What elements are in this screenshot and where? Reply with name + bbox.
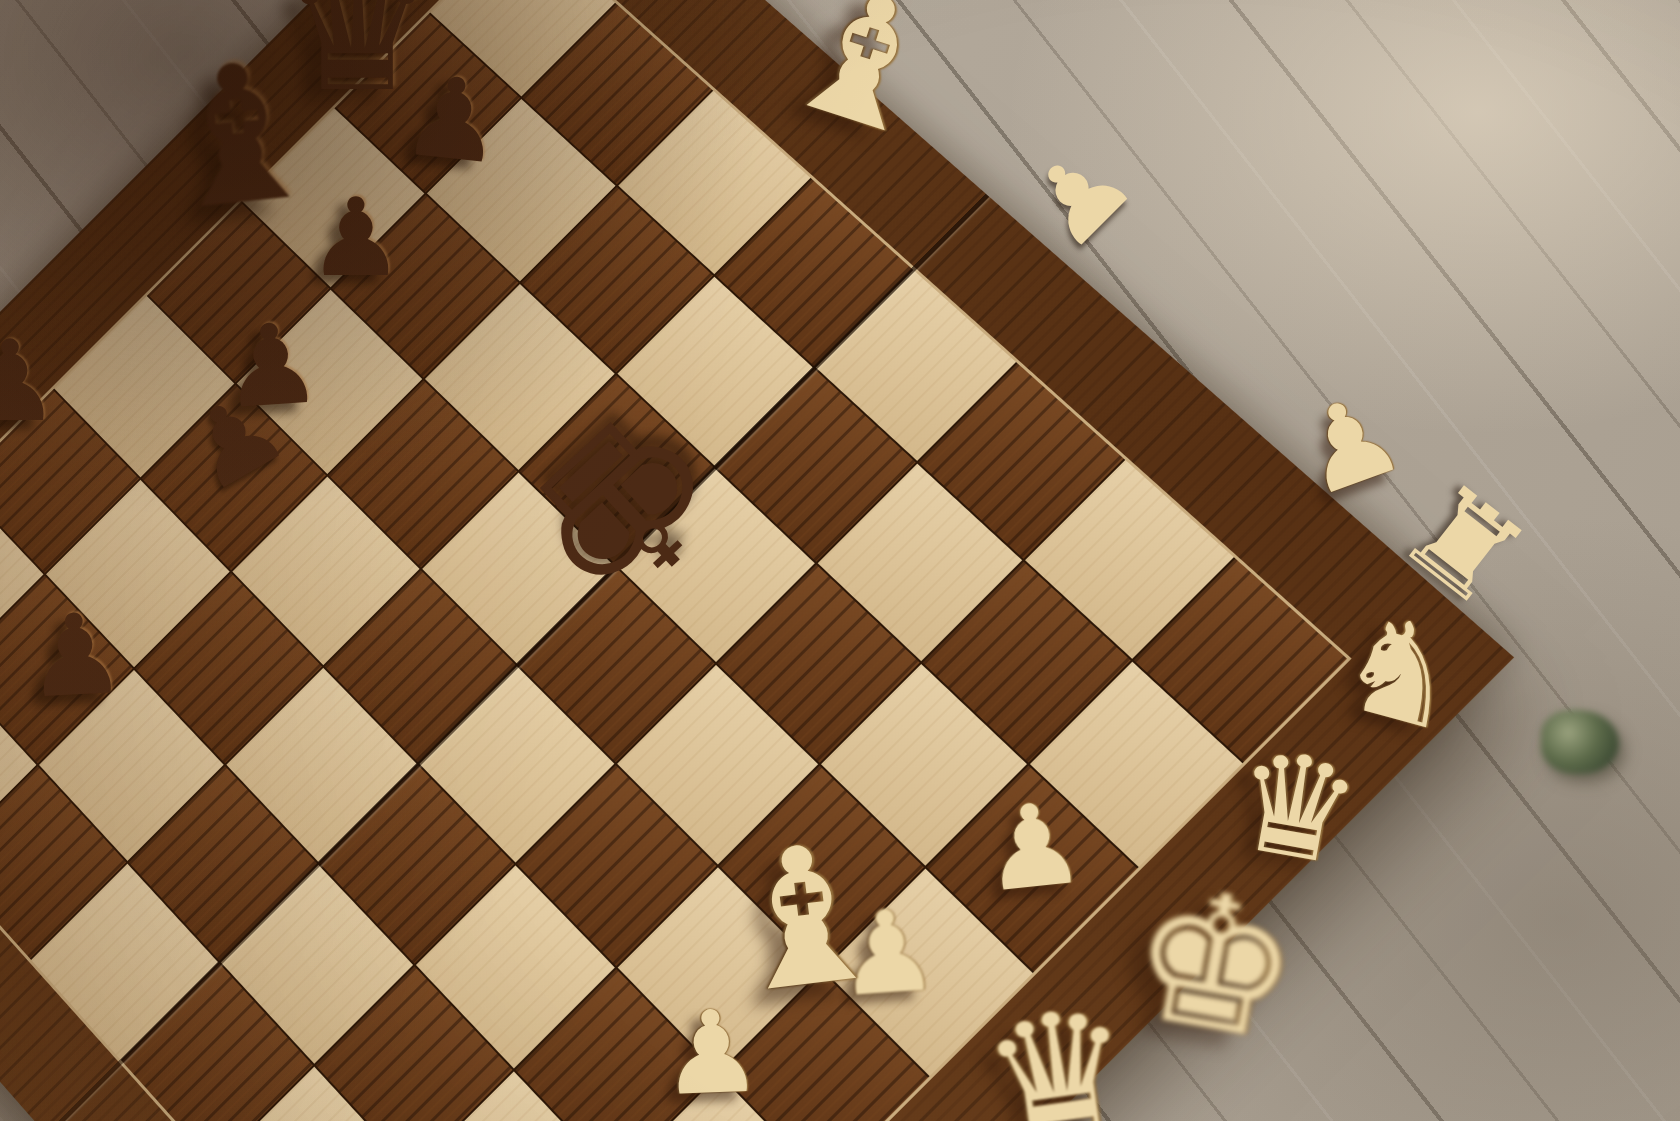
white-pawn-3: ♟: [976, 785, 1090, 909]
white-bishop-1: ♝: [763, 0, 966, 168]
black-pawn-5: ♟: [0, 325, 60, 437]
white-king: ♚: [1117, 859, 1312, 1070]
black-bishop: ♝: [144, 33, 333, 240]
white-pawn-2: ♟: [1283, 374, 1416, 514]
pieces-layer: ♛♝♟♟♟♟♟♟♚♝♟♟♜♞♛♟♟♟♝♚♛: [0, 0, 1680, 1121]
black-pawn-2: ♟: [308, 184, 405, 292]
white-pawn-1: ♟: [1008, 125, 1151, 268]
white-queen-2: ♛: [973, 983, 1142, 1121]
chess-photo-scene: ♛♝♟♟♟♟♟♟♚♝♟♟♜♞♛♟♟♟♝♚♛: [0, 0, 1680, 1121]
white-knight: ♞: [1325, 591, 1477, 753]
black-pawn-6: ♟: [22, 597, 128, 714]
white-bishop-2: ♝: [708, 814, 900, 1023]
black-king: ♚: [484, 366, 763, 645]
black-pawn-1: ♟: [397, 58, 509, 180]
